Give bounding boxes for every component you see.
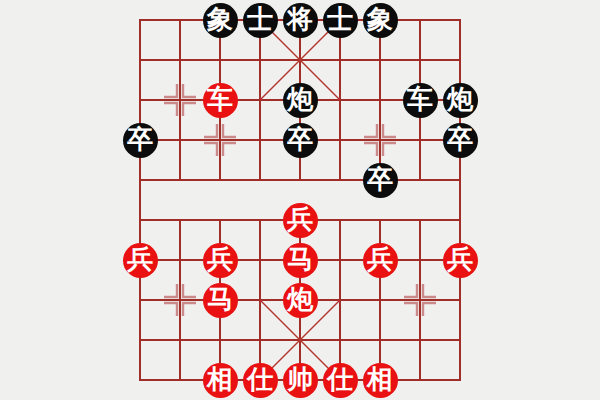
xiangqi-board: 象士将士象车炮车炮卒卒卒卒兵兵兵马兵兵马炮相仕帅仕相: [0, 0, 600, 400]
piece-black-soldier[interactable]: 卒: [283, 123, 318, 158]
piece-red-elephant[interactable]: 相: [203, 363, 238, 398]
piece-red-general[interactable]: 帅: [283, 363, 318, 398]
piece-black-elephant[interactable]: 象: [203, 3, 238, 38]
piece-red-advisor[interactable]: 仕: [243, 363, 278, 398]
piece-black-general[interactable]: 将: [283, 3, 318, 38]
piece-black-chariot[interactable]: 车: [403, 83, 438, 118]
piece-red-soldier[interactable]: 兵: [123, 243, 158, 278]
piece-red-horse[interactable]: 马: [203, 283, 238, 318]
piece-red-soldier[interactable]: 兵: [203, 243, 238, 278]
piece-red-horse[interactable]: 马: [283, 243, 318, 278]
piece-red-soldier[interactable]: 兵: [283, 203, 318, 238]
piece-black-soldier[interactable]: 卒: [363, 163, 398, 198]
piece-black-advisor[interactable]: 士: [323, 3, 358, 38]
piece-black-cannon[interactable]: 炮: [283, 83, 318, 118]
piece-red-soldier[interactable]: 兵: [443, 243, 478, 278]
piece-black-advisor[interactable]: 士: [243, 3, 278, 38]
piece-black-soldier[interactable]: 卒: [443, 123, 478, 158]
piece-black-elephant[interactable]: 象: [363, 3, 398, 38]
piece-red-chariot[interactable]: 车: [203, 83, 238, 118]
piece-red-cannon[interactable]: 炮: [283, 283, 318, 318]
piece-black-cannon[interactable]: 炮: [443, 83, 478, 118]
piece-black-soldier[interactable]: 卒: [123, 123, 158, 158]
pieces-layer: 象士将士象车炮车炮卒卒卒卒兵兵兵马兵兵马炮相仕帅仕相: [120, 0, 480, 400]
piece-red-advisor[interactable]: 仕: [323, 363, 358, 398]
piece-red-elephant[interactable]: 相: [363, 363, 398, 398]
piece-red-soldier[interactable]: 兵: [363, 243, 398, 278]
